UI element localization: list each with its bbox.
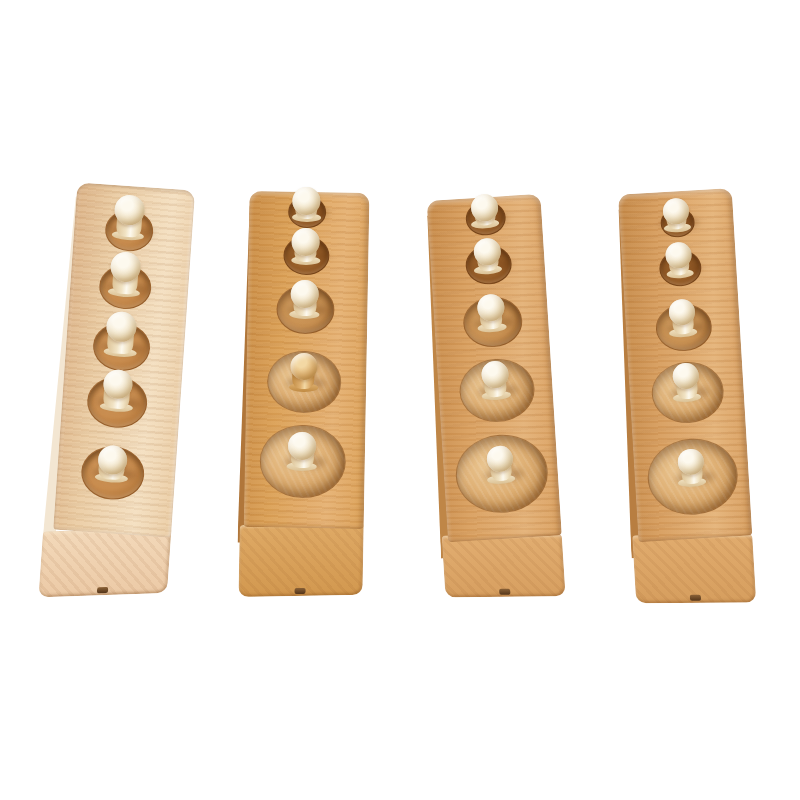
block-end-face (238, 523, 363, 597)
cylinder-knob (480, 360, 509, 389)
block-top-face (427, 194, 562, 542)
photo-stage (0, 0, 800, 800)
block-top-face (244, 191, 370, 529)
cylinder-block-3 (427, 194, 566, 600)
block-end-face (632, 535, 756, 604)
end-notch (499, 589, 510, 595)
cylinder-knob (290, 352, 317, 379)
cylinder-knob (470, 193, 499, 222)
block-end-face (38, 527, 171, 597)
block-top-face (53, 182, 195, 537)
cylinder-block-1 (49, 182, 195, 599)
end-notch (690, 595, 701, 601)
end-notch (295, 588, 306, 594)
end-notch (97, 587, 108, 593)
cylinder-knob (476, 293, 505, 322)
cylinder-block-2 (242, 191, 369, 597)
block-top-face (618, 188, 752, 542)
cylinder-knob (473, 237, 502, 266)
cylinder-block-4 (618, 188, 756, 606)
block-end-face (442, 534, 566, 597)
